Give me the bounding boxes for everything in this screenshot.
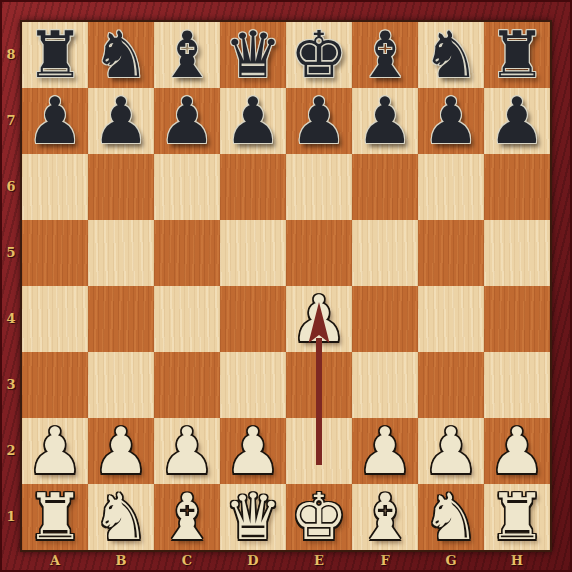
piece-white-pawn: ♟	[92, 419, 149, 483]
piece-white-knight: ♞	[92, 485, 149, 549]
square-h2[interactable]: ♟	[484, 418, 550, 484]
square-c2[interactable]: ♟	[154, 418, 220, 484]
piece-white-bishop: ♝	[356, 485, 413, 549]
square-c7[interactable]: ♟	[154, 88, 220, 154]
square-h5[interactable]	[484, 220, 550, 286]
square-a2[interactable]: ♟	[22, 418, 88, 484]
square-b1[interactable]: ♞	[88, 484, 154, 550]
piece-white-king: ♚	[290, 485, 347, 549]
square-b4[interactable]	[88, 286, 154, 352]
piece-black-pawn: ♟	[224, 89, 281, 153]
square-e7[interactable]: ♟	[286, 88, 352, 154]
piece-white-pawn: ♟	[290, 287, 347, 351]
square-a8[interactable]: ♜	[22, 22, 88, 88]
square-a5[interactable]	[22, 220, 88, 286]
rank-label-3: 3	[2, 352, 20, 418]
square-d1[interactable]: ♛	[220, 484, 286, 550]
square-a1[interactable]: ♜	[22, 484, 88, 550]
square-c4[interactable]	[154, 286, 220, 352]
square-b6[interactable]	[88, 154, 154, 220]
square-d5[interactable]	[220, 220, 286, 286]
file-label-b: B	[88, 552, 154, 570]
square-e5[interactable]	[286, 220, 352, 286]
piece-black-knight: ♞	[92, 23, 149, 87]
piece-black-king: ♚	[290, 23, 347, 87]
square-d4[interactable]	[220, 286, 286, 352]
piece-black-rook: ♜	[26, 23, 83, 87]
square-b2[interactable]: ♟	[88, 418, 154, 484]
square-e2[interactable]	[286, 418, 352, 484]
square-g3[interactable]	[418, 352, 484, 418]
piece-white-rook: ♜	[26, 485, 83, 549]
square-g5[interactable]	[418, 220, 484, 286]
square-c8[interactable]: ♝	[154, 22, 220, 88]
file-label-f: F	[352, 552, 418, 570]
rank-label-8: 8	[2, 22, 20, 88]
piece-black-rook: ♜	[488, 23, 545, 87]
square-b3[interactable]	[88, 352, 154, 418]
square-b8[interactable]: ♞	[88, 22, 154, 88]
piece-white-knight: ♞	[422, 485, 479, 549]
square-e6[interactable]	[286, 154, 352, 220]
chess-board: ♜♞♝♛♚♝♞♜♟♟♟♟♟♟♟♟♟♟♟♟♟♟♟♟♜♞♝♛♚♝♞♜	[20, 20, 552, 552]
piece-black-pawn: ♟	[488, 89, 545, 153]
square-f6[interactable]	[352, 154, 418, 220]
square-e8[interactable]: ♚	[286, 22, 352, 88]
square-g4[interactable]	[418, 286, 484, 352]
piece-black-pawn: ♟	[158, 89, 215, 153]
rank-label-4: 4	[2, 286, 20, 352]
piece-black-pawn: ♟	[290, 89, 347, 153]
rank-label-1: 1	[2, 484, 20, 550]
square-a6[interactable]	[22, 154, 88, 220]
piece-black-pawn: ♟	[26, 89, 83, 153]
square-g8[interactable]: ♞	[418, 22, 484, 88]
square-d6[interactable]	[220, 154, 286, 220]
square-e1[interactable]: ♚	[286, 484, 352, 550]
square-f7[interactable]: ♟	[352, 88, 418, 154]
square-a3[interactable]	[22, 352, 88, 418]
piece-white-bishop: ♝	[158, 485, 215, 549]
piece-black-queen: ♛	[224, 23, 281, 87]
square-c5[interactable]	[154, 220, 220, 286]
square-h3[interactable]	[484, 352, 550, 418]
square-f3[interactable]	[352, 352, 418, 418]
piece-black-pawn: ♟	[422, 89, 479, 153]
square-c3[interactable]	[154, 352, 220, 418]
file-label-c: C	[154, 552, 220, 570]
square-h6[interactable]	[484, 154, 550, 220]
square-g1[interactable]: ♞	[418, 484, 484, 550]
square-e4[interactable]: ♟	[286, 286, 352, 352]
piece-white-pawn: ♟	[356, 419, 413, 483]
file-label-d: D	[220, 552, 286, 570]
square-f4[interactable]	[352, 286, 418, 352]
square-g6[interactable]	[418, 154, 484, 220]
square-h4[interactable]	[484, 286, 550, 352]
square-h7[interactable]: ♟	[484, 88, 550, 154]
file-label-h: H	[484, 552, 550, 570]
piece-black-bishop: ♝	[356, 23, 413, 87]
piece-black-knight: ♞	[422, 23, 479, 87]
square-a4[interactable]	[22, 286, 88, 352]
rank-label-6: 6	[2, 154, 20, 220]
square-d7[interactable]: ♟	[220, 88, 286, 154]
piece-white-rook: ♜	[488, 485, 545, 549]
piece-white-queen: ♛	[224, 485, 281, 549]
piece-white-pawn: ♟	[422, 419, 479, 483]
square-g7[interactable]: ♟	[418, 88, 484, 154]
square-d3[interactable]	[220, 352, 286, 418]
file-label-g: G	[418, 552, 484, 570]
square-g2[interactable]: ♟	[418, 418, 484, 484]
file-label-e: E	[286, 552, 352, 570]
square-f2[interactable]: ♟	[352, 418, 418, 484]
square-e3[interactable]	[286, 352, 352, 418]
square-h8[interactable]: ♜	[484, 22, 550, 88]
piece-white-pawn: ♟	[158, 419, 215, 483]
piece-white-pawn: ♟	[224, 419, 281, 483]
square-f8[interactable]: ♝	[352, 22, 418, 88]
rank-label-2: 2	[2, 418, 20, 484]
square-d2[interactable]: ♟	[220, 418, 286, 484]
square-h1[interactable]: ♜	[484, 484, 550, 550]
piece-black-bishop: ♝	[158, 23, 215, 87]
square-c1[interactable]: ♝	[154, 484, 220, 550]
piece-white-pawn: ♟	[488, 419, 545, 483]
rank-label-5: 5	[2, 220, 20, 286]
piece-white-pawn: ♟	[26, 419, 83, 483]
rank-label-7: 7	[2, 88, 20, 154]
square-f5[interactable]	[352, 220, 418, 286]
chess-diagram: 87654321 ABCDEFGH ♜♞♝♛♚♝♞♜♟♟♟♟♟♟♟♟♟♟♟♟♟♟…	[0, 0, 572, 572]
square-c6[interactable]	[154, 154, 220, 220]
square-f1[interactable]: ♝	[352, 484, 418, 550]
piece-black-pawn: ♟	[356, 89, 413, 153]
file-label-a: A	[22, 552, 88, 570]
square-b7[interactable]: ♟	[88, 88, 154, 154]
square-d8[interactable]: ♛	[220, 22, 286, 88]
square-a7[interactable]: ♟	[22, 88, 88, 154]
piece-black-pawn: ♟	[92, 89, 149, 153]
square-b5[interactable]	[88, 220, 154, 286]
